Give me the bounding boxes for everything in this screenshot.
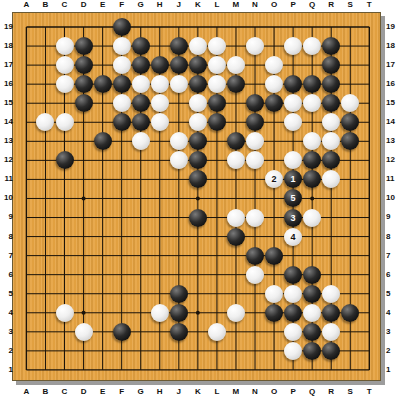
intersection-F16[interactable] [112,75,131,94]
intersection-J4[interactable] [169,303,188,322]
intersection-J1[interactable] [169,360,188,379]
intersection-R12[interactable] [322,151,341,170]
intersection-B10[interactable] [36,189,55,208]
intersection-K9[interactable] [188,208,207,227]
intersection-O12[interactable] [265,151,284,170]
intersection-D15[interactable] [74,94,93,113]
intersection-F10[interactable] [112,189,131,208]
intersection-J15[interactable] [169,94,188,113]
intersection-A6[interactable] [17,265,36,284]
intersection-R17[interactable] [322,56,341,75]
intersection-F1[interactable] [112,360,131,379]
intersection-O15[interactable] [265,94,284,113]
intersection-S15[interactable] [341,94,360,113]
intersection-E17[interactable] [93,56,112,75]
intersection-J14[interactable] [169,113,188,132]
intersection-T18[interactable] [360,37,379,56]
intersection-L4[interactable] [207,303,226,322]
intersection-L15[interactable] [207,94,226,113]
intersection-B17[interactable] [36,56,55,75]
intersection-M7[interactable] [226,246,245,265]
intersection-P17[interactable] [284,56,303,75]
intersection-O8[interactable] [265,227,284,246]
intersection-K10[interactable] [188,189,207,208]
intersection-P1[interactable] [284,360,303,379]
intersection-P16[interactable] [284,75,303,94]
intersection-B3[interactable] [36,322,55,341]
intersection-Q7[interactable] [303,246,322,265]
intersection-R8[interactable] [322,227,341,246]
intersection-C12[interactable] [55,151,74,170]
intersection-H7[interactable] [150,246,169,265]
intersection-R10[interactable] [322,189,341,208]
intersection-T1[interactable] [360,360,379,379]
intersection-L6[interactable] [207,265,226,284]
intersection-S1[interactable] [341,360,360,379]
intersection-S17[interactable] [341,56,360,75]
intersection-B18[interactable] [36,37,55,56]
intersection-M12[interactable] [226,151,245,170]
intersection-G11[interactable] [131,170,150,189]
intersection-M18[interactable] [226,37,245,56]
intersection-S14[interactable] [341,113,360,132]
intersection-L1[interactable] [207,360,226,379]
intersection-A14[interactable] [17,113,36,132]
intersection-F9[interactable] [112,208,131,227]
intersection-G12[interactable] [131,151,150,170]
intersection-P8[interactable]: 4 [284,227,303,246]
intersection-H18[interactable] [150,37,169,56]
intersection-L3[interactable] [207,322,226,341]
intersection-K11[interactable] [188,170,207,189]
intersection-L2[interactable] [207,341,226,360]
intersection-F6[interactable] [112,265,131,284]
intersection-M6[interactable] [226,265,245,284]
intersection-D11[interactable] [74,170,93,189]
intersection-K17[interactable] [188,56,207,75]
intersection-A2[interactable] [17,341,36,360]
intersection-N9[interactable] [245,208,264,227]
intersection-E5[interactable] [93,284,112,303]
intersection-A10[interactable] [17,189,36,208]
intersection-F17[interactable] [112,56,131,75]
intersection-F2[interactable] [112,341,131,360]
intersection-G9[interactable] [131,208,150,227]
intersection-P14[interactable] [284,113,303,132]
intersection-A4[interactable] [17,303,36,322]
intersection-G16[interactable] [131,75,150,94]
intersection-Q15[interactable] [303,94,322,113]
intersection-L12[interactable] [207,151,226,170]
board-grid[interactable]: 21534 [17,18,379,380]
intersection-E16[interactable] [93,75,112,94]
intersection-H17[interactable] [150,56,169,75]
intersection-D5[interactable] [74,284,93,303]
intersection-S2[interactable] [341,341,360,360]
intersection-D14[interactable] [74,113,93,132]
intersection-O13[interactable] [265,132,284,151]
intersection-C8[interactable] [55,227,74,246]
intersection-D6[interactable] [74,265,93,284]
intersection-N18[interactable] [245,37,264,56]
intersection-H15[interactable] [150,94,169,113]
intersection-B1[interactable] [36,360,55,379]
intersection-N13[interactable] [245,132,264,151]
intersection-O7[interactable] [265,246,284,265]
intersection-E19[interactable] [93,18,112,37]
intersection-C10[interactable] [55,189,74,208]
intersection-J7[interactable] [169,246,188,265]
intersection-L17[interactable] [207,56,226,75]
intersection-K6[interactable] [188,265,207,284]
intersection-N12[interactable] [245,151,264,170]
intersection-Q17[interactable] [303,56,322,75]
intersection-T4[interactable] [360,303,379,322]
intersection-C1[interactable] [55,360,74,379]
intersection-T6[interactable] [360,265,379,284]
intersection-Q6[interactable] [303,265,322,284]
intersection-H2[interactable] [150,341,169,360]
intersection-G8[interactable] [131,227,150,246]
intersection-J6[interactable] [169,265,188,284]
intersection-P13[interactable] [284,132,303,151]
intersection-K3[interactable] [188,322,207,341]
intersection-S13[interactable] [341,132,360,151]
intersection-B15[interactable] [36,94,55,113]
intersection-F18[interactable] [112,37,131,56]
intersection-P10[interactable]: 5 [284,189,303,208]
intersection-T7[interactable] [360,246,379,265]
intersection-C17[interactable] [55,56,74,75]
intersection-C18[interactable] [55,37,74,56]
intersection-B9[interactable] [36,208,55,227]
intersection-G5[interactable] [131,284,150,303]
intersection-F7[interactable] [112,246,131,265]
intersection-N4[interactable] [245,303,264,322]
intersection-E2[interactable] [93,341,112,360]
intersection-R2[interactable] [322,341,341,360]
intersection-P7[interactable] [284,246,303,265]
intersection-B13[interactable] [36,132,55,151]
intersection-S16[interactable] [341,75,360,94]
intersection-L9[interactable] [207,208,226,227]
intersection-D13[interactable] [74,132,93,151]
intersection-R18[interactable] [322,37,341,56]
intersection-B2[interactable] [36,341,55,360]
intersection-C13[interactable] [55,132,74,151]
intersection-K12[interactable] [188,151,207,170]
intersection-A8[interactable] [17,227,36,246]
intersection-F13[interactable] [112,132,131,151]
intersection-D8[interactable] [74,227,93,246]
intersection-A12[interactable] [17,151,36,170]
intersection-P5[interactable] [284,284,303,303]
intersection-T19[interactable] [360,18,379,37]
intersection-Q13[interactable] [303,132,322,151]
intersection-Q5[interactable] [303,284,322,303]
intersection-A11[interactable] [17,170,36,189]
intersection-O2[interactable] [265,341,284,360]
intersection-K8[interactable] [188,227,207,246]
intersection-G1[interactable] [131,360,150,379]
intersection-D16[interactable] [74,75,93,94]
intersection-B11[interactable] [36,170,55,189]
intersection-K14[interactable] [188,113,207,132]
intersection-C5[interactable] [55,284,74,303]
intersection-N1[interactable] [245,360,264,379]
intersection-H6[interactable] [150,265,169,284]
intersection-L5[interactable] [207,284,226,303]
intersection-J2[interactable] [169,341,188,360]
intersection-G10[interactable] [131,189,150,208]
intersection-E18[interactable] [93,37,112,56]
intersection-R15[interactable] [322,94,341,113]
intersection-A1[interactable] [17,360,36,379]
intersection-R11[interactable] [322,170,341,189]
intersection-T8[interactable] [360,227,379,246]
intersection-P18[interactable] [284,37,303,56]
intersection-M5[interactable] [226,284,245,303]
intersection-S19[interactable] [341,18,360,37]
intersection-N16[interactable] [245,75,264,94]
intersection-R6[interactable] [322,265,341,284]
intersection-S3[interactable] [341,322,360,341]
intersection-M3[interactable] [226,322,245,341]
intersection-G13[interactable] [131,132,150,151]
intersection-H8[interactable] [150,227,169,246]
intersection-R5[interactable] [322,284,341,303]
intersection-L10[interactable] [207,189,226,208]
intersection-C16[interactable] [55,75,74,94]
intersection-D19[interactable] [74,18,93,37]
intersection-C3[interactable] [55,322,74,341]
intersection-J5[interactable] [169,284,188,303]
intersection-R9[interactable] [322,208,341,227]
intersection-Q14[interactable] [303,113,322,132]
intersection-B4[interactable] [36,303,55,322]
intersection-S11[interactable] [341,170,360,189]
intersection-L7[interactable] [207,246,226,265]
intersection-M19[interactable] [226,18,245,37]
intersection-N5[interactable] [245,284,264,303]
intersection-E9[interactable] [93,208,112,227]
intersection-F8[interactable] [112,227,131,246]
intersection-E3[interactable] [93,322,112,341]
intersection-E14[interactable] [93,113,112,132]
intersection-C7[interactable] [55,246,74,265]
intersection-H10[interactable] [150,189,169,208]
intersection-L8[interactable] [207,227,226,246]
intersection-C14[interactable] [55,113,74,132]
intersection-E13[interactable] [93,132,112,151]
intersection-Q12[interactable] [303,151,322,170]
intersection-C9[interactable] [55,208,74,227]
intersection-O14[interactable] [265,113,284,132]
intersection-B16[interactable] [36,75,55,94]
intersection-R7[interactable] [322,246,341,265]
intersection-O5[interactable] [265,284,284,303]
intersection-K16[interactable] [188,75,207,94]
intersection-A3[interactable] [17,322,36,341]
intersection-K2[interactable] [188,341,207,360]
intersection-T3[interactable] [360,322,379,341]
intersection-H14[interactable] [150,113,169,132]
intersection-N15[interactable] [245,94,264,113]
intersection-D7[interactable] [74,246,93,265]
intersection-E4[interactable] [93,303,112,322]
intersection-P4[interactable] [284,303,303,322]
intersection-H19[interactable] [150,18,169,37]
intersection-O4[interactable] [265,303,284,322]
intersection-H5[interactable] [150,284,169,303]
intersection-T2[interactable] [360,341,379,360]
intersection-N11[interactable] [245,170,264,189]
intersection-B8[interactable] [36,227,55,246]
intersection-G7[interactable] [131,246,150,265]
intersection-J8[interactable] [169,227,188,246]
intersection-Q19[interactable] [303,18,322,37]
intersection-M11[interactable] [226,170,245,189]
intersection-M9[interactable] [226,208,245,227]
intersection-L16[interactable] [207,75,226,94]
intersection-E1[interactable] [93,360,112,379]
intersection-A15[interactable] [17,94,36,113]
intersection-H12[interactable] [150,151,169,170]
intersection-G18[interactable] [131,37,150,56]
intersection-S8[interactable] [341,227,360,246]
intersection-D18[interactable] [74,37,93,56]
intersection-B19[interactable] [36,18,55,37]
intersection-H16[interactable] [150,75,169,94]
intersection-B7[interactable] [36,246,55,265]
intersection-S9[interactable] [341,208,360,227]
intersection-G3[interactable] [131,322,150,341]
intersection-F12[interactable] [112,151,131,170]
intersection-N17[interactable] [245,56,264,75]
intersection-C4[interactable] [55,303,74,322]
intersection-D4[interactable] [74,303,93,322]
intersection-H1[interactable] [150,360,169,379]
intersection-Q11[interactable] [303,170,322,189]
intersection-K13[interactable] [188,132,207,151]
intersection-M14[interactable] [226,113,245,132]
intersection-C19[interactable] [55,18,74,37]
intersection-M10[interactable] [226,189,245,208]
intersection-Q2[interactable] [303,341,322,360]
intersection-C11[interactable] [55,170,74,189]
intersection-J3[interactable] [169,322,188,341]
intersection-P19[interactable] [284,18,303,37]
intersection-R19[interactable] [322,18,341,37]
intersection-B5[interactable] [36,284,55,303]
intersection-O3[interactable] [265,322,284,341]
intersection-Q9[interactable] [303,208,322,227]
intersection-R1[interactable] [322,360,341,379]
intersection-J10[interactable] [169,189,188,208]
intersection-T5[interactable] [360,284,379,303]
intersection-N10[interactable] [245,189,264,208]
intersection-Q3[interactable] [303,322,322,341]
intersection-J19[interactable] [169,18,188,37]
intersection-L18[interactable] [207,37,226,56]
intersection-G15[interactable] [131,94,150,113]
intersection-P15[interactable] [284,94,303,113]
intersection-B12[interactable] [36,151,55,170]
intersection-G4[interactable] [131,303,150,322]
intersection-Q8[interactable] [303,227,322,246]
intersection-K15[interactable] [188,94,207,113]
intersection-M13[interactable] [226,132,245,151]
intersection-M1[interactable] [226,360,245,379]
intersection-F19[interactable] [112,18,131,37]
intersection-T10[interactable] [360,189,379,208]
intersection-P3[interactable] [284,322,303,341]
intersection-A7[interactable] [17,246,36,265]
intersection-N7[interactable] [245,246,264,265]
intersection-M4[interactable] [226,303,245,322]
intersection-D3[interactable] [74,322,93,341]
intersection-S6[interactable] [341,265,360,284]
intersection-S4[interactable] [341,303,360,322]
intersection-M2[interactable] [226,341,245,360]
intersection-M15[interactable] [226,94,245,113]
intersection-R4[interactable] [322,303,341,322]
intersection-J9[interactable] [169,208,188,227]
intersection-F14[interactable] [112,113,131,132]
intersection-A18[interactable] [17,37,36,56]
intersection-F3[interactable] [112,322,131,341]
intersection-N8[interactable] [245,227,264,246]
intersection-E6[interactable] [93,265,112,284]
intersection-C6[interactable] [55,265,74,284]
intersection-J16[interactable] [169,75,188,94]
intersection-T17[interactable] [360,56,379,75]
intersection-S12[interactable] [341,151,360,170]
intersection-P12[interactable] [284,151,303,170]
intersection-D12[interactable] [74,151,93,170]
intersection-G19[interactable] [131,18,150,37]
intersection-O16[interactable] [265,75,284,94]
intersection-O1[interactable] [265,360,284,379]
intersection-O11[interactable]: 2 [265,170,284,189]
intersection-C2[interactable] [55,341,74,360]
intersection-P2[interactable] [284,341,303,360]
intersection-O9[interactable] [265,208,284,227]
intersection-O17[interactable] [265,56,284,75]
intersection-H9[interactable] [150,208,169,227]
intersection-R3[interactable] [322,322,341,341]
intersection-J17[interactable] [169,56,188,75]
intersection-E15[interactable] [93,94,112,113]
intersection-E8[interactable] [93,227,112,246]
intersection-N19[interactable] [245,18,264,37]
intersection-L19[interactable] [207,18,226,37]
intersection-A17[interactable] [17,56,36,75]
intersection-G14[interactable] [131,113,150,132]
intersection-L11[interactable] [207,170,226,189]
intersection-Q18[interactable] [303,37,322,56]
intersection-G17[interactable] [131,56,150,75]
intersection-P6[interactable] [284,265,303,284]
intersection-A13[interactable] [17,132,36,151]
intersection-D1[interactable] [74,360,93,379]
intersection-D10[interactable] [74,189,93,208]
intersection-N6[interactable] [245,265,264,284]
intersection-S10[interactable] [341,189,360,208]
intersection-D9[interactable] [74,208,93,227]
intersection-A16[interactable] [17,75,36,94]
intersection-E7[interactable] [93,246,112,265]
